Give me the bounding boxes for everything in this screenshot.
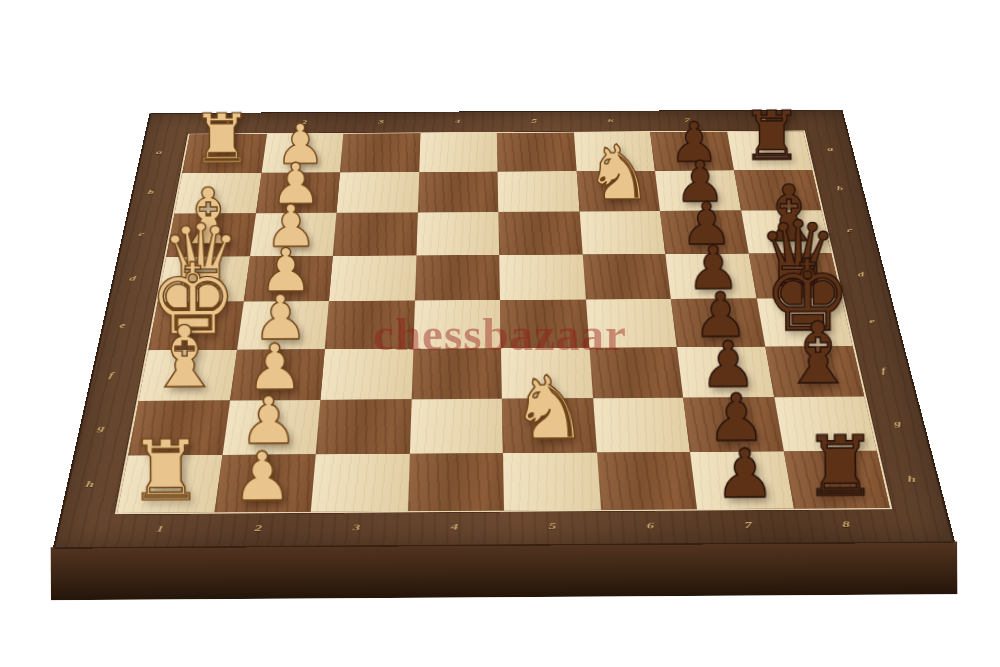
square-c4[interactable] — [416, 212, 499, 255]
square-h5[interactable] — [503, 452, 601, 510]
rank-label-bottom-8: 8 — [841, 519, 851, 530]
square-a8[interactable]: ♜ — [727, 131, 812, 170]
file-label-left-a: a — [155, 149, 162, 156]
file-label-left-d: d — [129, 274, 137, 283]
square-h4[interactable] — [407, 453, 504, 511]
square-d5[interactable] — [499, 254, 585, 300]
square-h1[interactable]: ♜ — [117, 455, 222, 513]
square-c6[interactable] — [579, 211, 665, 254]
square-h7[interactable]: ♟ — [690, 451, 794, 509]
piece-black-rook[interactable]: ♜ — [742, 103, 803, 168]
photo-background: { "game": "chess", "scene": "angled over… — [0, 0, 1000, 667]
square-g3[interactable] — [316, 399, 411, 454]
square-h3[interactable] — [311, 453, 410, 511]
square-h6[interactable] — [596, 452, 697, 510]
piece-white-rook[interactable]: ♜ — [128, 430, 203, 510]
rank-label-bottom-1: 1 — [155, 523, 164, 534]
square-d6[interactable] — [582, 254, 671, 300]
rank-label-bottom-3: 3 — [352, 522, 360, 533]
file-label-left-f: f — [108, 370, 115, 380]
piece-black-bishop[interactable]: ♝ — [780, 314, 856, 395]
square-d4[interactable] — [414, 255, 500, 301]
rank-label-top-4: 4 — [455, 118, 461, 125]
file-label-right-b: b — [836, 185, 844, 193]
piece-black-rook[interactable]: ♜ — [803, 426, 878, 506]
square-h8[interactable]: ♜ — [783, 451, 890, 509]
square-c3[interactable] — [333, 212, 418, 255]
square-c5[interactable] — [498, 211, 582, 254]
piece-white-rook[interactable]: ♜ — [191, 106, 252, 171]
square-d3[interactable] — [329, 255, 416, 301]
rank-label-bottom-6: 6 — [646, 520, 655, 531]
file-label-right-c: c — [846, 226, 853, 234]
file-label-right-d: d — [857, 270, 865, 278]
file-label-left-g: g — [97, 423, 106, 433]
piece-white-knight[interactable]: ♞ — [585, 137, 653, 209]
rank-label-top-3: 3 — [378, 118, 384, 125]
square-g4[interactable] — [409, 399, 503, 454]
file-label-left-e: e — [119, 321, 127, 330]
file-label-right-g: g — [893, 418, 902, 428]
watermark: chessbazaar — [373, 307, 627, 361]
square-g6[interactable] — [593, 398, 690, 453]
rank-label-bottom-4: 4 — [451, 521, 458, 532]
piece-white-bishop[interactable]: ♝ — [146, 317, 223, 398]
square-b6[interactable]: ♞ — [576, 171, 660, 212]
file-label-left-b: b — [147, 188, 155, 196]
square-g5[interactable]: ♞ — [502, 398, 597, 453]
rank-label-bottom-7: 7 — [744, 519, 753, 530]
rank-label-bottom-5: 5 — [549, 521, 557, 532]
rank-label-top-6: 6 — [607, 117, 613, 124]
file-label-right-h: h — [906, 474, 917, 485]
square-f8[interactable]: ♝ — [765, 346, 864, 397]
file-label-right-a: a — [826, 145, 834, 152]
file-label-right-e: e — [868, 317, 876, 326]
rank-label-bottom-2: 2 — [254, 522, 263, 533]
square-b4[interactable] — [417, 171, 498, 212]
square-a3[interactable] — [340, 133, 420, 172]
file-label-right-f: f — [880, 366, 887, 376]
rank-label-top-5: 5 — [531, 118, 537, 125]
square-a1[interactable]: ♜ — [182, 134, 266, 173]
square-a5[interactable] — [497, 133, 576, 172]
piece-white-knight[interactable]: ♞ — [510, 367, 589, 450]
square-a4[interactable] — [419, 133, 498, 172]
square-f1[interactable]: ♝ — [139, 349, 237, 401]
piece-black-pawn[interactable]: ♟ — [714, 442, 775, 507]
square-b3[interactable] — [336, 172, 418, 213]
file-label-left-c: c — [138, 230, 145, 238]
piece-white-pawn[interactable]: ♟ — [232, 445, 293, 510]
board-front-edge — [51, 541, 958, 600]
square-b5[interactable] — [498, 171, 580, 212]
square-h2[interactable]: ♟ — [214, 454, 316, 512]
file-label-left-h: h — [85, 479, 95, 490]
